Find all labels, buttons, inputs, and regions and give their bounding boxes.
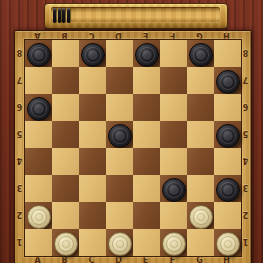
square-a8[interactable]	[25, 40, 52, 67]
square-f1[interactable]	[160, 229, 187, 256]
square-b4[interactable]	[52, 148, 79, 175]
square-h6[interactable]	[214, 94, 241, 121]
square-a1[interactable]	[25, 229, 52, 256]
captured-pieces-stack	[53, 7, 71, 23]
rank-label-right-3: 3	[241, 174, 250, 201]
checker-white-f1[interactable]	[162, 232, 186, 256]
checker-white-h1[interactable]	[216, 232, 240, 256]
file-label-top-d: D	[105, 31, 132, 39]
square-h3[interactable]	[214, 175, 241, 202]
square-e5[interactable]	[133, 121, 160, 148]
checker-white-d1[interactable]	[108, 232, 132, 256]
square-e2[interactable]	[133, 202, 160, 229]
tray-piece-black	[53, 8, 56, 23]
rank-labels-right: 87654321	[241, 39, 250, 255]
checkers-board: ABCDEFGH ABCDEFGH 87654321 87654321	[14, 30, 252, 263]
square-g6[interactable]	[187, 94, 214, 121]
square-a7[interactable]	[25, 67, 52, 94]
file-labels-bottom: ABCDEFGH	[24, 257, 240, 263]
checker-white-a2[interactable]	[27, 205, 51, 229]
square-b1[interactable]	[52, 229, 79, 256]
file-label-bottom-e: E	[132, 257, 159, 263]
square-f8[interactable]	[160, 40, 187, 67]
square-a2[interactable]	[25, 202, 52, 229]
square-c7[interactable]	[79, 67, 106, 94]
file-label-top-g: G	[186, 31, 213, 39]
square-f6[interactable]	[160, 94, 187, 121]
square-c8[interactable]	[79, 40, 106, 67]
square-b8[interactable]	[52, 40, 79, 67]
square-d6[interactable]	[106, 94, 133, 121]
checker-white-b1[interactable]	[54, 232, 78, 256]
checker-black-h7[interactable]	[216, 70, 240, 94]
square-a6[interactable]	[25, 94, 52, 121]
square-f3[interactable]	[160, 175, 187, 202]
square-h2[interactable]	[214, 202, 241, 229]
square-c6[interactable]	[79, 94, 106, 121]
rank-label-left-8: 8	[15, 39, 24, 66]
file-label-bottom-h: H	[213, 257, 240, 263]
rank-label-right-8: 8	[241, 39, 250, 66]
checker-black-g8[interactable]	[189, 43, 213, 67]
square-d1[interactable]	[106, 229, 133, 256]
file-label-bottom-a: A	[24, 257, 51, 263]
square-h5[interactable]	[214, 121, 241, 148]
rank-label-right-1: 1	[241, 228, 250, 255]
square-f5[interactable]	[160, 121, 187, 148]
square-d3[interactable]	[106, 175, 133, 202]
square-b2[interactable]	[52, 202, 79, 229]
square-c2[interactable]	[79, 202, 106, 229]
square-f4[interactable]	[160, 148, 187, 175]
square-h1[interactable]	[214, 229, 241, 256]
rank-label-left-2: 2	[15, 201, 24, 228]
rank-labels-left: 87654321	[15, 39, 24, 255]
square-d5[interactable]	[106, 121, 133, 148]
square-d2[interactable]	[106, 202, 133, 229]
file-label-top-a: A	[24, 31, 51, 39]
file-label-bottom-b: B	[51, 257, 78, 263]
rank-label-right-6: 6	[241, 93, 250, 120]
square-b3[interactable]	[52, 175, 79, 202]
rank-label-left-4: 4	[15, 147, 24, 174]
square-f2[interactable]	[160, 202, 187, 229]
tray-piece-black	[67, 8, 70, 23]
rank-label-left-1: 1	[15, 228, 24, 255]
square-g1[interactable]	[187, 229, 214, 256]
file-label-top-b: B	[51, 31, 78, 39]
rank-label-right-4: 4	[241, 147, 250, 174]
square-b7[interactable]	[52, 67, 79, 94]
checker-black-e8[interactable]	[135, 43, 159, 67]
square-e1[interactable]	[133, 229, 160, 256]
square-c4[interactable]	[79, 148, 106, 175]
square-d4[interactable]	[106, 148, 133, 175]
file-label-bottom-d: D	[105, 257, 132, 263]
square-b6[interactable]	[52, 94, 79, 121]
tray-channel	[51, 7, 220, 23]
square-h4[interactable]	[214, 148, 241, 175]
square-a4[interactable]	[25, 148, 52, 175]
square-b5[interactable]	[52, 121, 79, 148]
square-f7[interactable]	[160, 67, 187, 94]
square-d8[interactable]	[106, 40, 133, 67]
rank-label-right-7: 7	[241, 66, 250, 93]
square-e8[interactable]	[133, 40, 160, 67]
rank-label-right-2: 2	[241, 201, 250, 228]
square-h8[interactable]	[214, 40, 241, 67]
checker-black-c8[interactable]	[81, 43, 105, 67]
square-c1[interactable]	[79, 229, 106, 256]
file-label-top-h: H	[213, 31, 240, 39]
checker-black-a8[interactable]	[27, 43, 51, 67]
square-g3[interactable]	[187, 175, 214, 202]
file-label-top-f: F	[159, 31, 186, 39]
square-d7[interactable]	[106, 67, 133, 94]
file-label-top-c: C	[78, 31, 105, 39]
square-g7[interactable]	[187, 67, 214, 94]
checker-white-g2[interactable]	[189, 205, 213, 229]
playing-area	[24, 39, 242, 257]
file-label-bottom-g: G	[186, 257, 213, 263]
checker-black-h3[interactable]	[216, 178, 240, 202]
rank-label-left-5: 5	[15, 120, 24, 147]
file-label-bottom-f: F	[159, 257, 186, 263]
tray-piece-black	[58, 8, 61, 23]
piece-tray	[44, 3, 228, 29]
square-g4[interactable]	[187, 148, 214, 175]
square-g2[interactable]	[187, 202, 214, 229]
checker-black-h5[interactable]	[216, 124, 240, 148]
square-c3[interactable]	[79, 175, 106, 202]
square-g5[interactable]	[187, 121, 214, 148]
rank-label-left-6: 6	[15, 93, 24, 120]
square-e6[interactable]	[133, 94, 160, 121]
checker-black-d5[interactable]	[108, 124, 132, 148]
square-g8[interactable]	[187, 40, 214, 67]
tray-piece-black	[62, 8, 65, 23]
square-e4[interactable]	[133, 148, 160, 175]
square-a3[interactable]	[25, 175, 52, 202]
square-c5[interactable]	[79, 121, 106, 148]
square-a5[interactable]	[25, 121, 52, 148]
square-e7[interactable]	[133, 67, 160, 94]
square-h7[interactable]	[214, 67, 241, 94]
checker-black-f3[interactable]	[162, 178, 186, 202]
checker-black-a6[interactable]	[27, 97, 51, 121]
rank-label-left-7: 7	[15, 66, 24, 93]
file-label-bottom-c: C	[78, 257, 105, 263]
file-label-top-e: E	[132, 31, 159, 39]
checkers-game-screen: ABCDEFGH ABCDEFGH 87654321 87654321	[0, 0, 263, 263]
square-e3[interactable]	[133, 175, 160, 202]
rank-label-left-3: 3	[15, 174, 24, 201]
file-labels-top: ABCDEFGH	[24, 31, 240, 39]
rank-label-right-5: 5	[241, 120, 250, 147]
